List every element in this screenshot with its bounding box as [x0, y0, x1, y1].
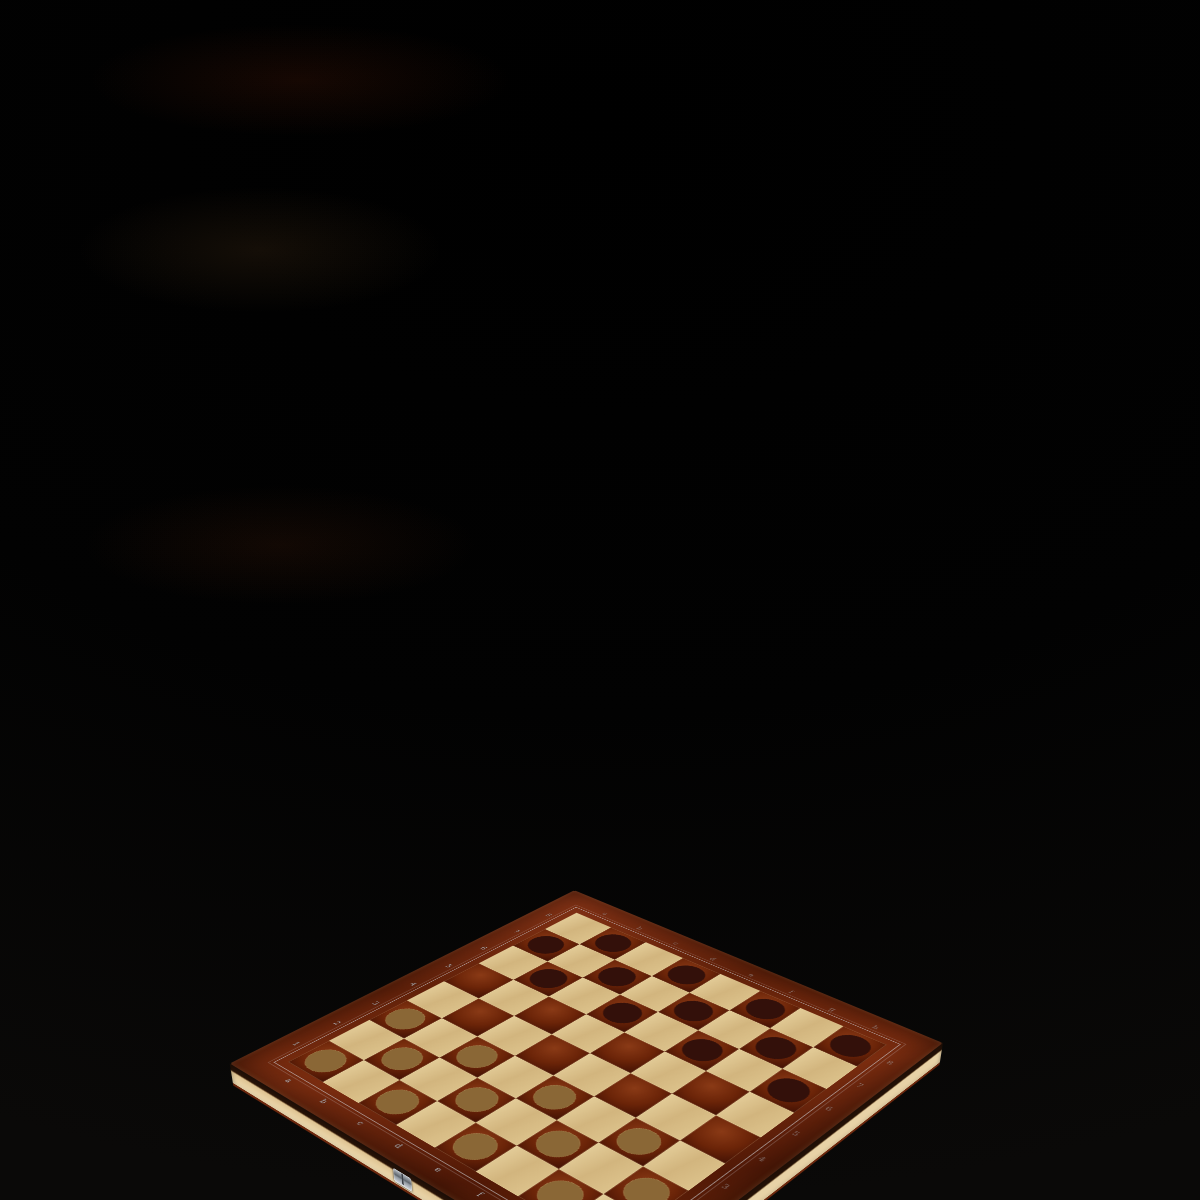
checkers-board-top: aabbccddeeffgghh1122334455667788 [230, 890, 943, 1200]
checker-light [447, 1083, 507, 1117]
checkers-square [680, 1115, 761, 1163]
coordinate-label: 8 [544, 913, 553, 917]
coordinate-label: 6 [479, 946, 488, 951]
checker-light [528, 1175, 593, 1200]
coordinate-label: 1 [291, 1041, 302, 1047]
checkers-square [750, 1069, 827, 1113]
checkers-square [477, 1055, 554, 1098]
checkers-square [437, 1078, 516, 1123]
coordinate-label: c [355, 1120, 366, 1126]
checkers-square [476, 1098, 556, 1145]
checker-light [608, 1123, 670, 1160]
coordinate-label: 4 [756, 1156, 767, 1163]
checkers-square [288, 1040, 364, 1082]
coordinate-label: a [283, 1077, 294, 1083]
coordinate-label: g [828, 1007, 838, 1012]
checkers-square [594, 1073, 672, 1117]
checkers-square [672, 1071, 750, 1115]
coordinate-label: 5 [790, 1130, 801, 1137]
checkers-square [518, 1169, 604, 1200]
checker-light [449, 1041, 506, 1072]
checkers-square [636, 1094, 715, 1140]
coordinate-label: 5 [444, 963, 454, 968]
checkers-square [706, 1049, 782, 1091]
checkers-square [364, 1038, 440, 1079]
backgammon-reflection-glow [0, 160, 520, 340]
coordinate-label: 8 [885, 1060, 895, 1066]
checkers-square [603, 1166, 688, 1200]
checkers-square [556, 1096, 636, 1143]
checkers-square [396, 1101, 477, 1148]
coordinate-label: e [433, 1166, 445, 1173]
checkers-square [400, 1058, 477, 1101]
checkers-reflection-glow [0, 0, 600, 160]
coordinate-label: e [747, 973, 756, 978]
checkers-square [517, 1120, 599, 1169]
coordinate-label: b [318, 1098, 329, 1104]
coordinate-label: f [787, 990, 795, 994]
checkers-square [643, 1140, 726, 1191]
checkers-square [562, 1194, 650, 1200]
checkers-square [559, 1143, 642, 1194]
checkers-square [630, 1051, 706, 1094]
checkers-board: aabbccddeeffgghh1122334455667788 [233, 910, 939, 1200]
checker-light [527, 1126, 589, 1163]
coordinate-label: d [708, 957, 717, 962]
checker-light [444, 1128, 507, 1165]
coordinate-label: c [671, 941, 680, 945]
checkers-square [716, 1091, 795, 1137]
checker-dark [759, 1074, 818, 1108]
coordinate-label: f [475, 1191, 485, 1197]
checker-light [373, 1043, 431, 1075]
checkers-square [358, 1080, 437, 1125]
coordinate-label: 3 [720, 1183, 732, 1190]
coordinate-label: h [871, 1025, 881, 1031]
product-photo-canvas: aabbccddeeffgghh1122334455667788 aabbccd… [0, 0, 1200, 1200]
checker-light [297, 1045, 355, 1077]
checker-light [368, 1085, 428, 1119]
coordinate-label: 6 [823, 1106, 834, 1112]
coordinate-label: 4 [408, 982, 418, 987]
coordinate-label: d [393, 1142, 405, 1149]
coordinate-label: a [601, 912, 610, 916]
checkers-square [554, 1053, 630, 1096]
checkers-square [435, 1122, 517, 1171]
checkers-square [599, 1118, 680, 1167]
checkers-square [782, 1047, 857, 1089]
checkers-square [322, 1060, 399, 1103]
coordinate-label: 7 [512, 929, 521, 933]
checkers-square [516, 1075, 594, 1120]
coordinate-label: 3 [371, 1001, 381, 1006]
checkers-square [475, 1145, 559, 1196]
coordinate-label: b [635, 926, 644, 930]
checker-light [525, 1080, 585, 1114]
coordinate-label: 2 [331, 1020, 341, 1025]
coordinate-label: 7 [855, 1082, 865, 1088]
checker-light [614, 1172, 679, 1200]
